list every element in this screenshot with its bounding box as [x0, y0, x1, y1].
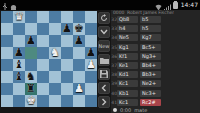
black-move[interactable]: Kg7 [140, 34, 161, 41]
black-move[interactable]: Ne2+ [140, 80, 161, 87]
square-c7[interactable] [25, 23, 37, 35]
black-P-piece: ♟ [13, 47, 25, 59]
black-P-piece: ♟ [61, 23, 73, 35]
black-move[interactable]: b5 [140, 16, 161, 23]
side-toolbar: New [97, 11, 111, 112]
square-f4[interactable] [61, 59, 73, 71]
square-c8[interactable] [25, 11, 37, 23]
square-h8[interactable] [85, 11, 97, 23]
square-c3[interactable]: ♞ [25, 71, 37, 83]
square-a5[interactable] [1, 47, 13, 59]
square-d8[interactable] [37, 11, 49, 23]
square-h1[interactable] [85, 95, 97, 107]
black-move[interactable]: h5 [140, 25, 161, 32]
white-move[interactable]: Kg1 [117, 44, 138, 51]
white-move[interactable]: Ne5 [117, 34, 138, 41]
move-row: 39Kc1Ne2+ [111, 79, 200, 88]
move-row: 33h4h5 [111, 24, 200, 33]
move-row: 32Qb8b5 [111, 15, 200, 24]
square-b5[interactable]: ♟ [13, 47, 25, 59]
white-P-piece: ♟ [85, 59, 97, 71]
square-h2[interactable] [85, 83, 97, 95]
move-row: 34Ne5Kg7 [111, 33, 200, 42]
save-icon [100, 70, 108, 78]
back-button[interactable] [98, 82, 110, 94]
square-f1[interactable] [61, 95, 73, 107]
square-f6[interactable] [61, 35, 73, 47]
square-c1[interactable]: ♚ [25, 95, 37, 107]
square-b3[interactable]: ♝ [13, 71, 25, 83]
square-b8[interactable]: ♛ [13, 11, 25, 23]
black-P-piece: ♟ [25, 35, 37, 47]
square-a8[interactable] [1, 11, 13, 23]
move-list-panel: 0000 Robert James Fischer 32Qb8b533h4h53… [111, 10, 200, 113]
black-move[interactable]: Bc5+ [140, 44, 161, 51]
square-d7[interactable] [37, 23, 49, 35]
square-h7[interactable] [85, 23, 97, 35]
square-a7[interactable] [1, 23, 13, 35]
black-move[interactable]: Bb3+ [140, 71, 161, 78]
black-P-piece: ♟ [85, 47, 97, 59]
square-f5[interactable] [61, 47, 73, 59]
black-move[interactable]: Bb4+ [140, 62, 161, 69]
square-g2[interactable]: ♟ [73, 83, 85, 95]
black-B-piece: ♝ [13, 59, 25, 71]
square-g5[interactable] [73, 47, 85, 59]
move-row: 35Kg1Bc5+ [111, 43, 200, 52]
square-g7[interactable]: ♚ [73, 23, 85, 35]
square-h5[interactable]: ♟ [85, 47, 97, 59]
square-f7[interactable]: ♟ [61, 23, 73, 35]
square-e4[interactable] [49, 59, 61, 71]
square-b1[interactable] [13, 95, 25, 107]
square-a1[interactable] [1, 95, 13, 107]
square-h3[interactable] [85, 71, 97, 83]
square-h4[interactable]: ♟ [85, 59, 97, 71]
chess-board[interactable]: ♛♟♚♟♟♟♞♟♝♟♝♞♜♟♚ [1, 11, 97, 107]
black-B-piece: ♝ [13, 71, 25, 83]
square-a2[interactable] [1, 83, 13, 95]
black-P-piece: ♟ [73, 35, 85, 47]
chevron-right-icon [101, 98, 107, 106]
white-P-piece: ♟ [73, 83, 85, 95]
square-g4[interactable] [73, 59, 85, 71]
game-status: mate [134, 107, 147, 113]
white-Q-piece: ♛ [13, 11, 25, 23]
white-K-piece: ♚ [25, 95, 37, 107]
move-row: 41Kc1Rc2# [111, 98, 200, 107]
black-move[interactable]: Rc2# [140, 99, 161, 106]
chevron-left-icon [101, 84, 107, 92]
black-R-piece: ♜ [25, 83, 37, 95]
square-c6[interactable]: ♟ [25, 35, 37, 47]
square-c2[interactable]: ♜ [25, 83, 37, 95]
square-e8[interactable] [49, 11, 61, 23]
square-g8[interactable] [73, 11, 85, 23]
square-g1[interactable] [73, 95, 85, 107]
folder-icon [100, 57, 109, 64]
move-rows: 32Qb8b533h4h534Ne5Kg735Kg1Bc5+36Kf1Ng3+3… [111, 15, 200, 107]
new-game-label: New [99, 43, 110, 49]
square-d1[interactable] [37, 95, 49, 107]
square-c4[interactable] [25, 59, 37, 71]
white-move[interactable]: Kf1 [117, 53, 138, 60]
white-move[interactable]: Kc1 [117, 80, 138, 87]
white-move[interactable]: Qb8 [117, 16, 138, 23]
white-move[interactable]: Kb1 [117, 90, 138, 97]
white-move[interactable]: Kc1 [117, 99, 138, 106]
status-bar: 14:47 [0, 0, 200, 10]
square-f2[interactable] [61, 83, 73, 95]
square-g6[interactable]: ♟ [73, 35, 85, 47]
black-move[interactable]: Nc3+ [140, 90, 161, 97]
move-row: 38Kd1Bb3+ [111, 70, 200, 79]
move-row: 40Kb1Nc3+ [111, 89, 200, 98]
square-b7[interactable] [13, 23, 25, 35]
square-d5[interactable] [37, 47, 49, 59]
side-to-move-dot [113, 108, 117, 112]
main-area: ♛♟♚♟♟♟♞♟♝♟♝♞♜♟♚ New [0, 10, 200, 113]
square-a4[interactable] [1, 59, 13, 71]
battery-icon [173, 2, 178, 9]
white-move[interactable]: Kd1 [117, 71, 138, 78]
square-b2[interactable] [13, 83, 25, 95]
black-move[interactable]: Ng3+ [140, 53, 161, 60]
square-e3[interactable] [49, 71, 61, 83]
square-e7[interactable] [49, 23, 61, 35]
square-d3[interactable] [37, 71, 49, 83]
rotate-icon [100, 14, 108, 22]
square-f3[interactable] [61, 71, 73, 83]
engine-status-bar: 0:00 mate [111, 107, 200, 113]
forward-button[interactable] [98, 96, 110, 108]
square-c5[interactable] [25, 47, 37, 59]
square-e6[interactable] [49, 35, 61, 47]
square-b4[interactable]: ♝ [13, 59, 25, 71]
square-e2[interactable] [49, 83, 61, 95]
chevron-down-icon [100, 29, 108, 35]
square-d2[interactable] [37, 83, 49, 95]
engine-clock: 0:00 [120, 107, 131, 113]
move-row: 37Ke1Bb4+ [111, 61, 200, 70]
open-game-button[interactable] [98, 54, 110, 66]
expand-button[interactable] [98, 26, 110, 38]
square-d4[interactable] [37, 59, 49, 71]
move-row: 36Kf1Ng3+ [111, 52, 200, 61]
square-a6[interactable] [1, 35, 13, 47]
square-f8[interactable] [61, 11, 73, 23]
square-h6[interactable] [85, 35, 97, 47]
square-e5[interactable]: ♞ [49, 47, 61, 59]
black-K-piece: ♚ [73, 23, 85, 35]
square-d6[interactable] [37, 35, 49, 47]
save-game-button[interactable] [98, 68, 110, 80]
black-N-piece: ♞ [25, 71, 37, 83]
square-g3[interactable] [73, 71, 85, 83]
white-move[interactable]: h4 [117, 25, 138, 32]
square-b6[interactable] [13, 35, 25, 47]
rotate-button[interactable] [98, 12, 110, 24]
square-a3[interactable] [1, 71, 13, 83]
clock-time: 14:47 [181, 0, 198, 10]
square-e1[interactable] [49, 95, 61, 107]
white-N-piece: ♞ [49, 47, 61, 59]
new-game-button[interactable]: New [98, 40, 110, 52]
white-move[interactable]: Ke1 [117, 62, 138, 69]
chess-app: 14:47 ♛♟♚♟♟♟♞♟♝♟♝♞♜♟♚ New [0, 0, 200, 113]
